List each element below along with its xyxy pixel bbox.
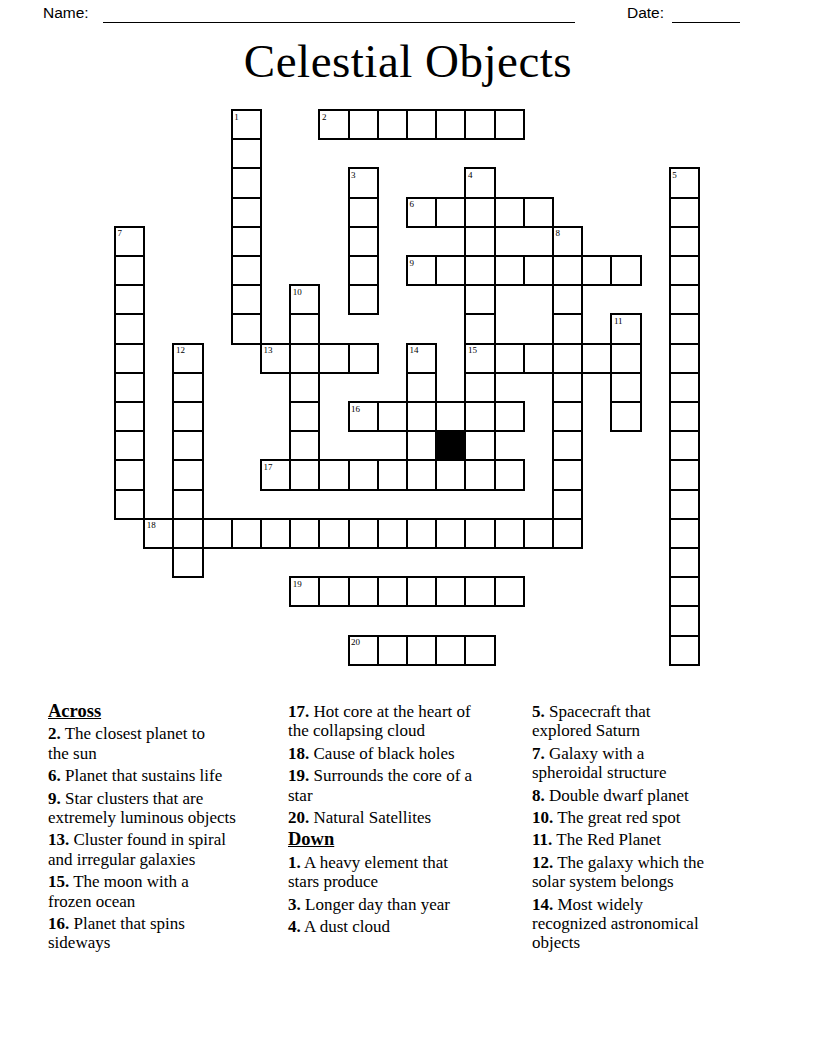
grid-cell[interactable] [406, 518, 437, 549]
grid-cell[interactable] [669, 343, 700, 374]
clue-number: 1 [234, 112, 239, 122]
clue-number-label: 5. [532, 702, 545, 721]
grid-cell[interactable]: 7 [114, 226, 145, 257]
grid-cell[interactable] [464, 255, 495, 286]
grid-cell[interactable] [669, 255, 700, 286]
grid-cell[interactable] [377, 576, 408, 607]
clue-11: 11. The Red Planet [532, 830, 744, 849]
grid-cell[interactable] [114, 284, 145, 315]
grid-cell[interactable] [523, 197, 554, 228]
grid-cell[interactable]: 1 [231, 109, 262, 140]
grid-cell[interactable]: 12 [172, 343, 203, 374]
clue-number-label: 6. [48, 766, 61, 785]
clue-10: 10. The great red spot [532, 808, 744, 827]
grid-cell[interactable] [377, 109, 408, 140]
name-label: Name: [43, 4, 89, 22]
grid-cell[interactable] [669, 226, 700, 257]
grid-cell[interactable]: 20 [348, 635, 379, 666]
clue-16: 16. Planet that spinssideways [48, 914, 288, 953]
clue-18: 18. Cause of black holes [288, 744, 530, 763]
grid-cell[interactable] [581, 343, 612, 374]
grid-cell[interactable] [435, 401, 466, 432]
clue-2: 2. The closest planet tothe sun [48, 724, 288, 763]
grid-cell[interactable]: 6 [406, 197, 437, 228]
crossword-grid: 1234567891011121314151617181920 [115, 110, 700, 666]
grid-cell[interactable] [114, 459, 145, 490]
clue-number: 17 [264, 462, 273, 472]
clue-number: 18 [147, 520, 156, 530]
grid-cell[interactable] [435, 635, 466, 666]
clue-number-label: 18. [288, 744, 309, 763]
grid-cell[interactable] [114, 343, 145, 374]
grid-cell[interactable] [552, 313, 583, 344]
clue-column-middle: 17. Hot core at the heart ofthe collapsi… [288, 702, 530, 939]
clue-number-label: 7. [532, 744, 545, 763]
grid-cell[interactable] [552, 430, 583, 461]
clue-number-label: 12. [532, 853, 553, 872]
clue-8: 8. Double dwarf planet [532, 786, 744, 805]
grid-cell[interactable]: 13 [260, 343, 291, 374]
grid-cell[interactable] [669, 518, 700, 549]
clue-number: 14 [410, 345, 419, 355]
clue-number-label: 17. [288, 702, 309, 721]
grid-cell[interactable] [114, 255, 145, 286]
clue-number: 5 [672, 170, 677, 180]
grid-cell[interactable] [260, 518, 291, 549]
grid-cell[interactable] [435, 576, 466, 607]
clue-number: 3 [351, 170, 356, 180]
grid-cell[interactable]: 8 [552, 226, 583, 257]
grid-cell[interactable] [552, 401, 583, 432]
grid-cell[interactable] [377, 401, 408, 432]
clue-number: 4 [468, 170, 473, 180]
grid-cell[interactable] [464, 313, 495, 344]
grid-cell[interactable] [494, 576, 525, 607]
grid-cell[interactable] [464, 430, 495, 461]
grid-cell[interactable] [289, 372, 320, 403]
grid-cell[interactable] [348, 576, 379, 607]
grid-cell[interactable] [464, 109, 495, 140]
clue-column-left: Across2. The closest planet tothe sun6. … [48, 702, 288, 956]
clue-number: 19 [293, 579, 302, 589]
clue-number-label: 11. [532, 830, 552, 849]
grid-cell[interactable] [172, 518, 203, 549]
grid-cell[interactable] [348, 255, 379, 286]
clue-column-right: 5. Spacecraft thatexplored Saturn7. Gala… [532, 702, 744, 956]
grid-cell[interactable] [494, 255, 525, 286]
grid-cell[interactable]: 4 [464, 167, 495, 198]
grid-cell[interactable] [289, 518, 320, 549]
grid-cell[interactable] [114, 401, 145, 432]
grid-cell[interactable] [523, 518, 554, 549]
clue-number-label: 19. [288, 766, 309, 785]
grid-cell[interactable] [669, 430, 700, 461]
clue-3: 3. Longer day than year [288, 895, 530, 914]
clue-number-label: 4. [288, 917, 301, 936]
grid-cell[interactable] [494, 518, 525, 549]
grid-cell[interactable] [610, 255, 641, 286]
clue-number-label: 1. [288, 853, 301, 872]
grid-cell[interactable] [464, 635, 495, 666]
grid-cell[interactable] [669, 605, 700, 636]
clue-number: 6 [410, 199, 415, 209]
grid-cell[interactable] [172, 401, 203, 432]
grid-cell[interactable] [114, 489, 145, 520]
clue-number-label: 2. [48, 724, 61, 743]
grid-cell[interactable] [669, 547, 700, 578]
grid-cell[interactable] [318, 518, 349, 549]
grid-cell[interactable] [523, 343, 554, 374]
grid-cell[interactable]: 17 [260, 459, 291, 490]
clue-14: 14. Most widelyrecognized astronomicalob… [532, 895, 744, 953]
grid-cell[interactable] [348, 284, 379, 315]
grid-cell[interactable] [552, 343, 583, 374]
clue-heading-across: Across [48, 702, 288, 721]
grid-cell[interactable] [289, 313, 320, 344]
clue-number-label: 13. [48, 830, 69, 849]
grid-cell[interactable]: 18 [143, 518, 174, 549]
clue-number-label: 8. [532, 786, 545, 805]
grid-cell[interactable] [289, 430, 320, 461]
clue-17: 17. Hot core at the heart ofthe collapsi… [288, 702, 530, 741]
grid-cell[interactable] [406, 459, 437, 490]
grid-cell[interactable] [464, 197, 495, 228]
clue-5: 5. Spacecraft thatexplored Saturn [532, 702, 744, 741]
grid-cell[interactable] [318, 576, 349, 607]
grid-cell[interactable]: 19 [289, 576, 320, 607]
clue-number: 7 [118, 228, 123, 238]
grid-cell[interactable] [348, 343, 379, 374]
clue-number: 8 [556, 228, 561, 238]
grid-cell[interactable] [552, 489, 583, 520]
grid-cell[interactable] [172, 547, 203, 578]
clue-number: 13 [264, 345, 273, 355]
grid-cell[interactable] [377, 459, 408, 490]
clue-number: 9 [410, 258, 415, 268]
grid-cell[interactable]: 9 [406, 255, 437, 286]
grid-cell[interactable] [406, 109, 437, 140]
clue-number: 16 [351, 404, 360, 414]
grid-cell[interactable] [435, 109, 466, 140]
grid-cell[interactable] [552, 372, 583, 403]
grid-cell[interactable]: 3 [348, 167, 379, 198]
clue-6: 6. Planet that sustains life [48, 766, 288, 785]
clue-heading-down: Down [288, 830, 530, 849]
grid-cell[interactable]: 14 [406, 343, 437, 374]
grid-cell[interactable] [464, 284, 495, 315]
grid-cell[interactable] [464, 401, 495, 432]
name-underline [103, 22, 575, 23]
clue-7: 7. Galaxy with aspheroidal structure [532, 744, 744, 783]
clue-4: 4. A dust cloud [288, 917, 530, 936]
grid-cell[interactable] [114, 430, 145, 461]
clue-number: 11 [614, 316, 623, 326]
grid-cell[interactable] [172, 372, 203, 403]
clue-number: 10 [293, 287, 302, 297]
clue-1: 1. A heavy element thatstars produce [288, 853, 530, 892]
clue-9: 9. Star clusters that areextremely lumin… [48, 789, 288, 828]
clue-number-label: 16. [48, 914, 69, 933]
grid-cell[interactable] [231, 138, 262, 169]
grid-cell[interactable] [231, 518, 262, 549]
grid-cell[interactable] [669, 635, 700, 666]
grid-cell[interactable] [669, 576, 700, 607]
grid-cell[interactable] [435, 459, 466, 490]
grid-cell[interactable] [435, 255, 466, 286]
grid-cell[interactable] [610, 343, 641, 374]
grid-cell[interactable] [318, 343, 349, 374]
grid-cell[interactable] [348, 226, 379, 257]
grid-cell[interactable] [435, 197, 466, 228]
grid-cell[interactable] [669, 372, 700, 403]
grid-cell[interactable] [406, 401, 437, 432]
clue-number: 15 [468, 345, 477, 355]
page-title: Celestial Objects [0, 34, 816, 88]
grid-cell[interactable] [669, 313, 700, 344]
grid-cell[interactable] [669, 459, 700, 490]
grid-cell[interactable] [494, 109, 525, 140]
grid-cell[interactable] [172, 459, 203, 490]
grid-cell[interactable] [348, 459, 379, 490]
grid-cell[interactable] [581, 255, 612, 286]
grid-cell[interactable] [669, 401, 700, 432]
grid-cell[interactable] [669, 197, 700, 228]
grid-cell[interactable] [552, 284, 583, 315]
clue-number-label: 10. [532, 808, 553, 827]
grid-cell[interactable] [231, 226, 262, 257]
grid-cell[interactable]: 15 [464, 343, 495, 374]
grid-cell[interactable] [348, 109, 379, 140]
grid-cell[interactable] [406, 576, 437, 607]
grid-cell-black [435, 430, 466, 461]
grid-cell[interactable] [610, 372, 641, 403]
grid-cell[interactable]: 5 [669, 167, 700, 198]
worksheet-page: Name: Date: Celestial Objects 1234567891… [0, 0, 816, 1056]
grid-cell[interactable] [231, 284, 262, 315]
grid-cell[interactable] [464, 372, 495, 403]
grid-cell[interactable] [552, 459, 583, 490]
clue-number-label: 15. [48, 872, 69, 891]
grid-cell[interactable] [172, 489, 203, 520]
clue-19: 19. Surrounds the core of astar [288, 766, 530, 805]
grid-cell[interactable] [172, 430, 203, 461]
grid-cell[interactable] [464, 459, 495, 490]
grid-cell[interactable]: 10 [289, 284, 320, 315]
clue-number-label: 9. [48, 789, 61, 808]
grid-cell[interactable] [610, 401, 641, 432]
grid-cell[interactable] [552, 518, 583, 549]
grid-cell[interactable] [406, 372, 437, 403]
grid-cell[interactable] [348, 518, 379, 549]
clue-15: 15. The moon with afrozen ocean [48, 872, 288, 911]
grid-cell[interactable] [348, 197, 379, 228]
clue-number: 20 [351, 637, 360, 647]
grid-cell[interactable] [464, 576, 495, 607]
clue-12: 12. The galaxy which thesolar system bel… [532, 853, 744, 892]
grid-cell[interactable] [494, 459, 525, 490]
grid-cell[interactable]: 11 [610, 313, 641, 344]
grid-cell[interactable] [377, 635, 408, 666]
grid-cell[interactable]: 16 [348, 401, 379, 432]
date-underline [672, 22, 740, 23]
grid-cell[interactable] [318, 459, 349, 490]
grid-cell[interactable] [289, 401, 320, 432]
clue-13: 13. Cluster found in spiraland irregular… [48, 830, 288, 869]
grid-cell[interactable] [202, 518, 233, 549]
grid-cell[interactable] [464, 226, 495, 257]
grid-cell[interactable] [289, 459, 320, 490]
grid-cell[interactable] [669, 489, 700, 520]
grid-cell[interactable] [289, 343, 320, 374]
grid-cell[interactable] [669, 284, 700, 315]
clue-number-label: 3. [288, 895, 301, 914]
grid-cell[interactable] [406, 430, 437, 461]
clue-number: 2 [322, 112, 327, 122]
grid-cell[interactable] [494, 197, 525, 228]
grid-cell[interactable] [114, 313, 145, 344]
grid-cell[interactable] [523, 255, 554, 286]
grid-cell[interactable] [494, 343, 525, 374]
clue-20: 20. Natural Satellites [288, 808, 530, 827]
grid-cell[interactable] [377, 518, 408, 549]
grid-cell[interactable] [231, 313, 262, 344]
clue-number-label: 20. [288, 808, 309, 827]
grid-cell[interactable]: 2 [318, 109, 349, 140]
grid-cell[interactable] [435, 518, 466, 549]
grid-cell[interactable] [114, 372, 145, 403]
grid-cell[interactable] [406, 635, 437, 666]
grid-cell[interactable] [231, 197, 262, 228]
grid-cell[interactable] [464, 518, 495, 549]
clue-number-label: 14. [532, 895, 553, 914]
clue-number: 12 [176, 345, 185, 355]
date-label: Date: [627, 4, 664, 22]
grid-cell[interactable] [231, 167, 262, 198]
grid-cell[interactable] [552, 255, 583, 286]
grid-cell[interactable] [494, 401, 525, 432]
grid-cell[interactable] [231, 255, 262, 286]
